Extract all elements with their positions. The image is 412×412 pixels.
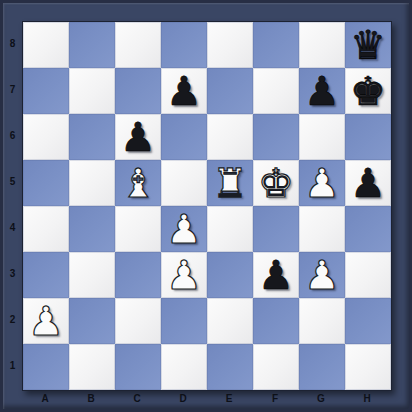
square-c8[interactable] (115, 22, 161, 68)
square-c3[interactable] (115, 252, 161, 298)
square-d3[interactable]: ♟ (161, 252, 207, 298)
square-c5[interactable]: ♝ (115, 160, 161, 206)
square-c7[interactable] (115, 68, 161, 114)
square-d5[interactable] (161, 160, 207, 206)
file-label-b: B (68, 390, 114, 409)
square-h1[interactable] (345, 344, 391, 390)
square-g8[interactable] (299, 22, 345, 68)
square-b8[interactable] (69, 22, 115, 68)
square-f6[interactable] (253, 114, 299, 160)
file-label-a: A (22, 390, 68, 409)
square-d4[interactable]: ♟ (161, 206, 207, 252)
rank-label-1: 1 (3, 343, 22, 389)
square-g2[interactable] (299, 298, 345, 344)
square-a5[interactable] (23, 160, 69, 206)
chess-board[interactable]: ♛♟♟♚♟♝♜♚♟♟♟♟♟♟♟ (22, 21, 392, 391)
square-g4[interactable] (299, 206, 345, 252)
square-h7[interactable]: ♚ (345, 68, 391, 114)
square-e3[interactable] (207, 252, 253, 298)
square-h6[interactable] (345, 114, 391, 160)
square-e4[interactable] (207, 206, 253, 252)
square-a1[interactable] (23, 344, 69, 390)
square-f5[interactable]: ♚ (253, 160, 299, 206)
rank-label-7: 7 (3, 67, 22, 113)
file-labels: ABCDEFGH (22, 390, 390, 409)
piece-black-king[interactable]: ♚ (350, 68, 386, 114)
square-g1[interactable] (299, 344, 345, 390)
file-label-f: F (252, 390, 298, 409)
square-e2[interactable] (207, 298, 253, 344)
square-f7[interactable] (253, 68, 299, 114)
square-b7[interactable] (69, 68, 115, 114)
file-label-c: C (114, 390, 160, 409)
piece-black-pawn[interactable]: ♟ (258, 252, 294, 298)
piece-white-pawn[interactable]: ♟ (166, 206, 202, 252)
square-h5[interactable]: ♟ (345, 160, 391, 206)
square-d2[interactable] (161, 298, 207, 344)
square-f8[interactable] (253, 22, 299, 68)
piece-black-pawn[interactable]: ♟ (350, 160, 386, 206)
square-a3[interactable] (23, 252, 69, 298)
square-f4[interactable] (253, 206, 299, 252)
chess-board-widget: 87654321 ♛♟♟♚♟♝♜♚♟♟♟♟♟♟♟ ABCDEFGH (0, 0, 412, 412)
piece-white-rook[interactable]: ♜ (212, 160, 248, 206)
rank-label-6: 6 (3, 113, 22, 159)
square-d6[interactable] (161, 114, 207, 160)
square-b2[interactable] (69, 298, 115, 344)
square-c1[interactable] (115, 344, 161, 390)
square-h8[interactable]: ♛ (345, 22, 391, 68)
square-g5[interactable]: ♟ (299, 160, 345, 206)
square-g6[interactable] (299, 114, 345, 160)
square-g7[interactable]: ♟ (299, 68, 345, 114)
square-f3[interactable]: ♟ (253, 252, 299, 298)
square-b1[interactable] (69, 344, 115, 390)
square-d8[interactable] (161, 22, 207, 68)
square-f2[interactable] (253, 298, 299, 344)
square-e1[interactable] (207, 344, 253, 390)
piece-black-pawn[interactable]: ♟ (120, 114, 156, 160)
file-label-h: H (344, 390, 390, 409)
rank-label-3: 3 (3, 251, 22, 297)
square-h2[interactable] (345, 298, 391, 344)
square-d7[interactable]: ♟ (161, 68, 207, 114)
square-e8[interactable] (207, 22, 253, 68)
square-a7[interactable] (23, 68, 69, 114)
square-h3[interactable] (345, 252, 391, 298)
square-e7[interactable] (207, 68, 253, 114)
rank-label-8: 8 (3, 21, 22, 67)
piece-white-pawn[interactable]: ♟ (28, 298, 64, 344)
rank-label-2: 2 (3, 297, 22, 343)
square-b6[interactable] (69, 114, 115, 160)
square-b5[interactable] (69, 160, 115, 206)
rank-label-4: 4 (3, 205, 22, 251)
piece-white-pawn[interactable]: ♟ (304, 252, 340, 298)
square-f1[interactable] (253, 344, 299, 390)
file-label-g: G (298, 390, 344, 409)
square-a2[interactable]: ♟ (23, 298, 69, 344)
piece-black-queen[interactable]: ♛ (350, 22, 386, 68)
piece-black-pawn[interactable]: ♟ (166, 68, 202, 114)
square-a6[interactable] (23, 114, 69, 160)
file-label-d: D (160, 390, 206, 409)
rank-labels: 87654321 (3, 21, 22, 389)
square-b3[interactable] (69, 252, 115, 298)
piece-white-bishop[interactable]: ♝ (120, 160, 156, 206)
piece-white-king[interactable]: ♚ (258, 160, 294, 206)
rank-label-5: 5 (3, 159, 22, 205)
square-g3[interactable]: ♟ (299, 252, 345, 298)
square-c6[interactable]: ♟ (115, 114, 161, 160)
square-h4[interactable] (345, 206, 391, 252)
file-label-e: E (206, 390, 252, 409)
square-e5[interactable]: ♜ (207, 160, 253, 206)
square-e6[interactable] (207, 114, 253, 160)
square-a4[interactable] (23, 206, 69, 252)
piece-white-pawn[interactable]: ♟ (166, 252, 202, 298)
square-d1[interactable] (161, 344, 207, 390)
square-c4[interactable] (115, 206, 161, 252)
piece-black-pawn[interactable]: ♟ (304, 68, 340, 114)
square-a8[interactable] (23, 22, 69, 68)
square-c2[interactable] (115, 298, 161, 344)
square-b4[interactable] (69, 206, 115, 252)
piece-white-pawn[interactable]: ♟ (304, 160, 340, 206)
